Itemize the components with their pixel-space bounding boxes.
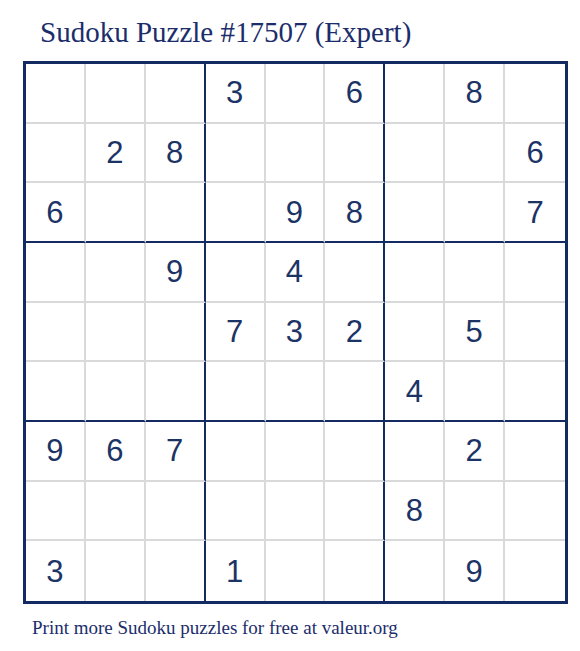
given-digit: 9 bbox=[466, 556, 483, 587]
cell-r3c7[interactable] bbox=[385, 183, 445, 243]
given-digit: 2 bbox=[346, 316, 363, 347]
cell-r2c6[interactable] bbox=[325, 124, 385, 184]
cell-r8c2[interactable] bbox=[86, 482, 146, 542]
given-digit: 7 bbox=[526, 197, 543, 228]
cell-r9c4[interactable]: 1 bbox=[206, 541, 266, 601]
footer-text: Print more Sudoku puzzles for free at va… bbox=[32, 617, 398, 639]
cell-r5c6[interactable]: 2 bbox=[325, 303, 385, 363]
cell-r2c7[interactable] bbox=[385, 124, 445, 184]
cell-r3c3[interactable] bbox=[146, 183, 206, 243]
cell-r8c8[interactable] bbox=[445, 482, 505, 542]
cell-r5c4[interactable]: 7 bbox=[206, 303, 266, 363]
given-digit: 6 bbox=[346, 77, 363, 108]
cell-r8c5[interactable] bbox=[266, 482, 326, 542]
cell-r9c7[interactable] bbox=[385, 541, 445, 601]
cell-r7c2[interactable]: 6 bbox=[86, 422, 146, 482]
cell-r2c2[interactable]: 2 bbox=[86, 124, 146, 184]
cell-r1c7[interactable] bbox=[385, 64, 445, 124]
given-digit: 6 bbox=[106, 435, 123, 466]
cell-r3c5[interactable]: 9 bbox=[266, 183, 326, 243]
given-digit: 9 bbox=[166, 256, 183, 287]
cell-r6c5[interactable] bbox=[266, 362, 326, 422]
cell-r7c6[interactable] bbox=[325, 422, 385, 482]
cell-r5c5[interactable]: 3 bbox=[266, 303, 326, 363]
cell-r2c1[interactable] bbox=[26, 124, 86, 184]
cell-r3c6[interactable]: 8 bbox=[325, 183, 385, 243]
cell-r3c4[interactable] bbox=[206, 183, 266, 243]
given-digit: 3 bbox=[286, 316, 303, 347]
given-digit: 4 bbox=[286, 256, 303, 287]
given-digit: 7 bbox=[166, 435, 183, 466]
cell-r6c3[interactable] bbox=[146, 362, 206, 422]
cell-r5c2[interactable] bbox=[86, 303, 146, 363]
cell-r9c6[interactable] bbox=[325, 541, 385, 601]
cell-r7c9[interactable] bbox=[505, 422, 565, 482]
cell-r3c2[interactable] bbox=[86, 183, 146, 243]
cell-r7c8[interactable]: 2 bbox=[445, 422, 505, 482]
cell-r1c3[interactable] bbox=[146, 64, 206, 124]
cell-r8c6[interactable] bbox=[325, 482, 385, 542]
cell-r2c3[interactable]: 8 bbox=[146, 124, 206, 184]
cell-r2c8[interactable] bbox=[445, 124, 505, 184]
cell-r9c2[interactable] bbox=[86, 541, 146, 601]
cell-r8c7[interactable]: 8 bbox=[385, 482, 445, 542]
cell-r4c6[interactable] bbox=[325, 243, 385, 303]
sudoku-page: Sudoku Puzzle #17507 (Expert) 3682866987… bbox=[0, 0, 580, 651]
cell-r1c1[interactable] bbox=[26, 64, 86, 124]
cell-r5c9[interactable] bbox=[505, 303, 565, 363]
given-digit: 7 bbox=[226, 316, 243, 347]
cell-r5c8[interactable]: 5 bbox=[445, 303, 505, 363]
cell-r1c2[interactable] bbox=[86, 64, 146, 124]
cell-r5c1[interactable] bbox=[26, 303, 86, 363]
cell-r9c1[interactable]: 3 bbox=[26, 541, 86, 601]
cell-r8c1[interactable] bbox=[26, 482, 86, 542]
cell-r7c1[interactable]: 9 bbox=[26, 422, 86, 482]
given-digit: 3 bbox=[226, 77, 243, 108]
cell-r4c2[interactable] bbox=[86, 243, 146, 303]
cell-r6c7[interactable]: 4 bbox=[385, 362, 445, 422]
cell-r4c7[interactable] bbox=[385, 243, 445, 303]
cell-r1c5[interactable] bbox=[266, 64, 326, 124]
cell-r2c4[interactable] bbox=[206, 124, 266, 184]
given-digit: 4 bbox=[406, 376, 423, 407]
cell-r7c3[interactable]: 7 bbox=[146, 422, 206, 482]
cell-r5c3[interactable] bbox=[146, 303, 206, 363]
cell-r2c5[interactable] bbox=[266, 124, 326, 184]
given-digit: 9 bbox=[286, 197, 303, 228]
given-digit: 2 bbox=[106, 137, 123, 168]
cell-r5c7[interactable] bbox=[385, 303, 445, 363]
cell-r6c2[interactable] bbox=[86, 362, 146, 422]
given-digit: 9 bbox=[46, 435, 63, 466]
cell-r6c6[interactable] bbox=[325, 362, 385, 422]
given-digit: 5 bbox=[466, 316, 483, 347]
cell-r2c9[interactable]: 6 bbox=[505, 124, 565, 184]
cell-r4c4[interactable] bbox=[206, 243, 266, 303]
cell-r4c5[interactable]: 4 bbox=[266, 243, 326, 303]
cell-r1c9[interactable] bbox=[505, 64, 565, 124]
cell-r4c1[interactable] bbox=[26, 243, 86, 303]
cell-r8c4[interactable] bbox=[206, 482, 266, 542]
cell-r3c9[interactable]: 7 bbox=[505, 183, 565, 243]
cell-r4c3[interactable]: 9 bbox=[146, 243, 206, 303]
given-digit: 1 bbox=[226, 556, 243, 587]
cell-r9c5[interactable] bbox=[266, 541, 326, 601]
page-title: Sudoku Puzzle #17507 (Expert) bbox=[40, 16, 411, 49]
cell-r9c9[interactable] bbox=[505, 541, 565, 601]
cell-r6c8[interactable] bbox=[445, 362, 505, 422]
cell-r8c3[interactable] bbox=[146, 482, 206, 542]
cell-r6c4[interactable] bbox=[206, 362, 266, 422]
cell-r9c8[interactable]: 9 bbox=[445, 541, 505, 601]
cell-r1c6[interactable]: 6 bbox=[325, 64, 385, 124]
sudoku-board: 3682866987947325496728319 bbox=[23, 61, 568, 604]
cell-r7c5[interactable] bbox=[266, 422, 326, 482]
cell-r8c9[interactable] bbox=[505, 482, 565, 542]
cell-r3c8[interactable] bbox=[445, 183, 505, 243]
given-digit: 2 bbox=[466, 435, 483, 466]
cell-r7c7[interactable] bbox=[385, 422, 445, 482]
given-digit: 8 bbox=[166, 137, 183, 168]
cell-r4c9[interactable] bbox=[505, 243, 565, 303]
cell-r3c1[interactable]: 6 bbox=[26, 183, 86, 243]
cell-r6c1[interactable] bbox=[26, 362, 86, 422]
given-digit: 8 bbox=[346, 197, 363, 228]
given-digit: 8 bbox=[406, 495, 423, 526]
cell-r1c8[interactable]: 8 bbox=[445, 64, 505, 124]
given-digit: 6 bbox=[46, 197, 63, 228]
given-digit: 6 bbox=[526, 137, 543, 168]
given-digit: 3 bbox=[46, 556, 63, 587]
cell-r6c9[interactable] bbox=[505, 362, 565, 422]
given-digit: 8 bbox=[466, 77, 483, 108]
cell-r4c8[interactable] bbox=[445, 243, 505, 303]
cell-r9c3[interactable] bbox=[146, 541, 206, 601]
cell-r7c4[interactable] bbox=[206, 422, 266, 482]
cell-r1c4[interactable]: 3 bbox=[206, 64, 266, 124]
